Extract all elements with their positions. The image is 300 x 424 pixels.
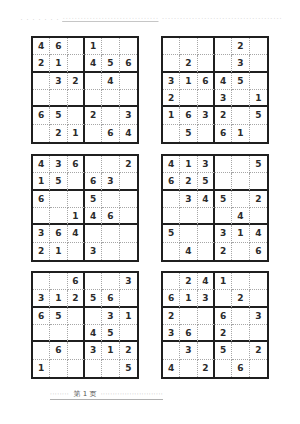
sudoku-cell: 6 [33,191,50,208]
sudoku-cell: 5 [215,342,232,359]
sudoku-cell: 3 [198,290,215,307]
sudoku-cell: 2 [215,243,232,260]
sudoku-cell [232,325,249,342]
sudoku-cell: 4 [250,225,267,242]
sudoku-cell: 4 [215,73,232,90]
sudoku-cell: 4 [85,208,102,225]
sudoku-cell: 1 [163,107,180,124]
sudoku-cell: 2 [33,55,50,72]
sudoku-cell [50,208,67,225]
sudoku-cell: 3 [85,243,102,260]
sudoku-cell [180,90,197,107]
sudoku-cell: 5 [50,173,67,190]
sudoku-cell: 4 [33,156,50,173]
sudoku-cell [33,325,50,342]
sudoku-cell [198,342,215,359]
sudoku-cell [120,90,137,107]
sudoku-cell: 3 [198,156,215,173]
sudoku-cell: 2 [163,90,180,107]
sudoku-cell [50,90,67,107]
sudoku-cell [102,191,119,208]
sudoku-cell [85,90,102,107]
sudoku-cell [120,225,137,242]
sudoku-cell: 4 [232,208,249,225]
sudoku-cell [180,360,197,377]
sudoku-cell [68,308,85,325]
sudoku-cell: 1 [180,73,197,90]
sudoku-cell [198,225,215,242]
sudoku-cell: 3 [102,308,119,325]
sudoku-cell: 6 [198,73,215,90]
sudoku-cell [215,55,232,72]
sudoku-cell [163,243,180,260]
sudoku-cell [198,208,215,225]
sudoku-cell [68,191,85,208]
sudoku-cell [198,243,215,260]
page-number: 第 1 页 [74,390,97,398]
sudoku-cell: 2 [232,290,249,307]
sudoku-cell [163,273,180,290]
sudoku-cell [163,125,180,142]
sudoku-cell: 5 [102,325,119,342]
sudoku-cell: 5 [85,191,102,208]
sudoku-cell [250,173,267,190]
sudoku-cell [232,342,249,359]
sudoku-cell [198,308,215,325]
sudoku-cell [215,290,232,307]
sudoku-cell: 4 [163,156,180,173]
sudoku-cell: 5 [50,107,67,124]
sudoku-cell [120,73,137,90]
sudoku-cell: 5 [163,225,180,242]
sudoku-cell [120,243,137,260]
sudoku-cell [33,342,50,359]
sudoku-cell: 5 [50,308,67,325]
sudoku-cell: 2 [250,342,267,359]
sudoku-cell [180,308,197,325]
sudoku-board-2: 2233164523116325561 [161,36,269,144]
sudoku-cell: 6 [180,325,197,342]
page-footer: ········ 第 1 页 ·························… [50,388,163,400]
sudoku-cell [85,360,102,377]
sudoku-cell: 2 [68,73,85,90]
sudoku-cell [232,243,249,260]
sudoku-cell: 4 [120,125,137,142]
sudoku-cell: 3 [180,191,197,208]
sudoku-cell [120,38,137,55]
sudoku-cell [120,290,137,307]
sudoku-cell [102,107,119,124]
sudoku-cell: 6 [102,208,119,225]
sudoku-cell [50,325,67,342]
sudoku-cell: 1 [250,90,267,107]
sudoku-cell [250,208,267,225]
sudoku-cell: 1 [180,156,197,173]
sudoku-cell [33,90,50,107]
sudoku-cell: 4 [85,325,102,342]
sudoku-cell [250,290,267,307]
sudoku-cell [50,191,67,208]
sudoku-cell: 3 [215,90,232,107]
sudoku-cell: 1 [215,273,232,290]
sudoku-cell [68,55,85,72]
sudoku-cell: 6 [215,125,232,142]
sudoku-cell: 3 [50,156,67,173]
sudoku-cell: 1 [50,290,67,307]
sudoku-cell: 2 [198,360,215,377]
sudoku-cell [33,273,50,290]
sudoku-cell: 6 [33,107,50,124]
sudoku-cell [215,156,232,173]
sudoku-cell [163,191,180,208]
sudoku-cell [250,125,267,142]
sudoku-cell [68,173,85,190]
sudoku-cell [68,243,85,260]
sudoku-cell [102,360,119,377]
header-segment-mid: ································ [62,15,158,21]
sudoku-cell: 5 [102,55,119,72]
sudoku-cell [50,273,67,290]
sudoku-cell: 6 [33,308,50,325]
sudoku-cell: 1 [232,225,249,242]
sudoku-cell: 1 [50,243,67,260]
sudoku-cell [232,156,249,173]
sudoku-cell: 6 [68,156,85,173]
sudoku-cell: 4 [163,360,180,377]
sudoku-cell: 6 [250,243,267,260]
sudoku-cell: 6 [215,308,232,325]
sudoku-cell [198,55,215,72]
sudoku-cell: 1 [180,290,197,307]
sudoku-cell: 4 [85,55,102,72]
sudoku-cell: 1 [85,38,102,55]
sudoku-cell [102,90,119,107]
sudoku-cell [232,173,249,190]
sudoku-cell: 3 [180,342,197,359]
sudoku-cell: 6 [102,290,119,307]
sudoku-cell: 3 [250,308,267,325]
sudoku-cell: 3 [232,55,249,72]
sudoku-cell: 3 [120,273,137,290]
sudoku-cell [198,38,215,55]
sudoku-cell: 5 [215,191,232,208]
sudoku-cell: 5 [85,290,102,307]
sudoku-cell: 2 [50,125,67,142]
sudoku-cell [68,360,85,377]
page-header-rule: . . . . . . . ··························… [20,14,282,22]
sudoku-cell [232,191,249,208]
sudoku-board-4: 4135625345245314426 [161,154,269,262]
sudoku-cell [163,38,180,55]
sudoku-cell: 6 [102,125,119,142]
sudoku-cell: 3 [215,225,232,242]
sudoku-cell: 5 [250,107,267,124]
sudoku-cell [198,125,215,142]
sudoku-cell [85,125,102,142]
sudoku-cell [180,225,197,242]
sudoku-cell [33,73,50,90]
sudoku-board-5: 6331256653145631215 [31,271,139,379]
sudoku-cell: 2 [232,38,249,55]
sudoku-cell: 1 [232,125,249,142]
sudoku-cell [85,225,102,242]
sudoku-cell [68,325,85,342]
sudoku-cell: 2 [120,342,137,359]
sudoku-cell [102,156,119,173]
sudoku-cell: 4 [198,191,215,208]
sudoku-cell [180,208,197,225]
sudoku-cell: 1 [33,360,50,377]
sudoku-cell: 6 [50,342,67,359]
sudoku-cell: 1 [120,308,137,325]
sudoku-cell [232,308,249,325]
sudoku-cell: 5 [120,360,137,377]
sudoku-cell [198,90,215,107]
sudoku-cell [85,156,102,173]
sudoku-cell: 3 [85,342,102,359]
sudoku-cell: 1 [102,342,119,359]
sudoku-cell: 2 [120,156,137,173]
worksheet-page: . . . . . . . ··························… [0,0,300,424]
sudoku-cell [120,208,137,225]
sudoku-cell [250,55,267,72]
sudoku-cell: 3 [198,107,215,124]
sudoku-cell: 6 [163,173,180,190]
sudoku-cell [215,173,232,190]
sudoku-cell [250,360,267,377]
sudoku-cell [102,38,119,55]
sudoku-cell [250,325,267,342]
sudoku-cell: 5 [250,156,267,173]
sudoku-cell [85,308,102,325]
sudoku-cell: 4 [102,73,119,90]
sudoku-board-6: 2416132263362352426 [161,271,269,379]
sudoku-cell [250,73,267,90]
sudoku-cell: 1 [50,55,67,72]
sudoku-cell [68,90,85,107]
sudoku-cell: 5 [232,73,249,90]
sudoku-cell: 3 [33,290,50,307]
sudoku-cell [120,325,137,342]
sudoku-cell [163,342,180,359]
sudoku-cell: 6 [68,273,85,290]
sudoku-cell [232,90,249,107]
sudoku-cell [50,360,67,377]
sudoku-cell: 3 [120,107,137,124]
sudoku-cell: 2 [163,308,180,325]
sudoku-cell: 4 [180,243,197,260]
sudoku-cell [232,273,249,290]
sudoku-cell [250,38,267,55]
sudoku-cell: 6 [85,173,102,190]
sudoku-cell: 2 [215,107,232,124]
sudoku-cell [33,125,50,142]
sudoku-cell [102,273,119,290]
sudoku-board-1: 4612145632465232164 [31,36,139,144]
sudoku-cell: 5 [198,173,215,190]
sudoku-cell: 4 [198,273,215,290]
sudoku-cell [102,243,119,260]
sudoku-cell [163,208,180,225]
sudoku-cell: 2 [215,325,232,342]
sudoku-cell [68,38,85,55]
sudoku-cell: 2 [33,243,50,260]
sudoku-cell [180,38,197,55]
header-segment-right: -·-·-·-·-·-·-·-·-·-·-·-·-·-·-·-·-·-·-·-·… [162,15,283,21]
sudoku-cell: 2 [85,107,102,124]
sudoku-cell: 2 [68,290,85,307]
sudoku-cell [68,107,85,124]
sudoku-cell: 3 [163,73,180,90]
sudoku-cell: 3 [50,73,67,90]
sudoku-cell [102,225,119,242]
sudoku-cell [120,191,137,208]
footer-leader-right: ·························· [101,390,164,397]
sudoku-cell: 1 [33,173,50,190]
sudoku-cell: 4 [33,38,50,55]
sudoku-cell [120,173,137,190]
sudoku-cell [232,107,249,124]
sudoku-cell [33,208,50,225]
sudoku-cell [250,273,267,290]
sudoku-cell [68,342,85,359]
sudoku-cell: 6 [50,38,67,55]
sudoku-cell: 6 [120,55,137,72]
sudoku-cell: 4 [68,225,85,242]
sudoku-board-3: 4362156365146364213 [31,154,139,262]
sudoku-cell: 3 [163,325,180,342]
sudoku-cell: 3 [102,173,119,190]
sudoku-cell: 5 [180,125,197,142]
sudoku-cell [163,55,180,72]
sudoku-cell [198,325,215,342]
sudoku-cell: 2 [180,173,197,190]
sudoku-cell: 6 [163,290,180,307]
footer-leader-left: ········ [50,390,69,397]
sudoku-cell: 2 [180,273,197,290]
sudoku-cell [215,360,232,377]
sudoku-cell: 3 [33,225,50,242]
sudoku-cell [85,273,102,290]
sudoku-cell: 1 [68,208,85,225]
sudoku-cell: 2 [180,55,197,72]
header-segment-left: . . . . . . . [20,15,59,21]
sudoku-cell: 6 [50,225,67,242]
sudoku-cell: 6 [232,360,249,377]
sudoku-cell [215,208,232,225]
sudoku-cell: 1 [68,125,85,142]
sudoku-cell: 2 [250,191,267,208]
sudoku-cell [85,73,102,90]
sudoku-cell: 6 [180,107,197,124]
sudoku-cell [215,38,232,55]
